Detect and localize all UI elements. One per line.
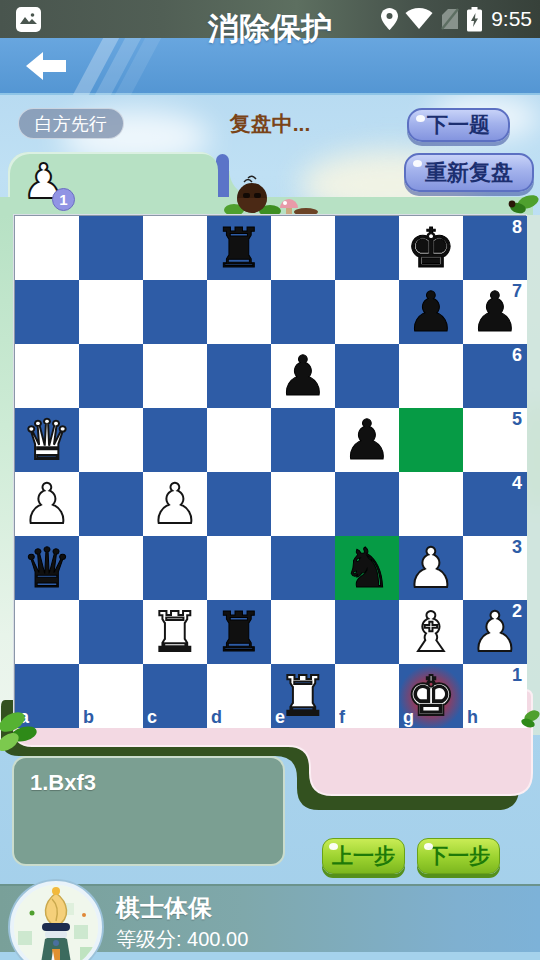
rank-label-1: 1 xyxy=(512,665,522,686)
square-e7[interactable] xyxy=(271,280,335,344)
black-king-g8: ♚ xyxy=(399,216,463,280)
black-knight-f3: ♞ xyxy=(335,536,399,600)
square-f7[interactable] xyxy=(335,280,399,344)
black-queen-a3: ♛ xyxy=(15,536,79,600)
square-c4[interactable]: ♟ xyxy=(143,472,207,536)
square-g8[interactable]: ♚ xyxy=(399,216,463,280)
square-e5[interactable] xyxy=(271,408,335,472)
square-b5[interactable] xyxy=(79,408,143,472)
chess-board: ♜♚8♟♟7♟6♛♟5♟♟4♛♞♟3♜♜♝♟2abcd♜ef♚gh1 xyxy=(14,215,526,727)
rank-label-8: 8 xyxy=(512,217,522,238)
square-b3[interactable] xyxy=(79,536,143,600)
square-f1[interactable]: f xyxy=(335,664,399,728)
rank-label-7: 7 xyxy=(512,281,522,302)
square-f4[interactable] xyxy=(335,472,399,536)
square-c7[interactable] xyxy=(143,280,207,344)
white-pawn-g3: ♟ xyxy=(399,536,463,600)
player-rating: 等级分: 400.00 xyxy=(116,926,248,953)
board-right-ledge xyxy=(526,215,540,735)
square-e2[interactable] xyxy=(271,600,335,664)
square-a5[interactable]: ♛ xyxy=(15,408,79,472)
square-d2[interactable]: ♜ xyxy=(207,600,271,664)
square-h1[interactable]: h1 xyxy=(463,664,527,728)
square-g1[interactable]: ♚g xyxy=(399,664,463,728)
square-g3[interactable]: ♟ xyxy=(399,536,463,600)
square-h4[interactable]: 4 xyxy=(463,472,527,536)
square-h8[interactable]: 8 xyxy=(463,216,527,280)
file-label-d: d xyxy=(211,707,222,728)
rank-label-2: 2 xyxy=(512,601,522,622)
rank-label-4: 4 xyxy=(512,473,522,494)
captured-count-badge: 1 xyxy=(52,188,75,211)
move-list-panel: 1.Bxf3 xyxy=(12,756,285,866)
square-c5[interactable] xyxy=(143,408,207,472)
square-h3[interactable]: 3 xyxy=(463,536,527,600)
square-d3[interactable] xyxy=(207,536,271,600)
square-b1[interactable]: b xyxy=(79,664,143,728)
square-d7[interactable] xyxy=(207,280,271,344)
square-c3[interactable] xyxy=(143,536,207,600)
black-pawn-f5: ♟ xyxy=(335,408,399,472)
white-pawn-a4: ♟ xyxy=(15,472,79,536)
white-queen-a5: ♛ xyxy=(15,408,79,472)
square-a8[interactable] xyxy=(15,216,79,280)
black-pawn-g7: ♟ xyxy=(399,280,463,344)
square-g4[interactable] xyxy=(399,472,463,536)
square-f2[interactable] xyxy=(335,600,399,664)
square-h6[interactable]: 6 xyxy=(463,344,527,408)
square-a6[interactable] xyxy=(15,344,79,408)
file-label-b: b xyxy=(83,707,94,728)
square-a2[interactable] xyxy=(15,600,79,664)
square-f5[interactable]: ♟ xyxy=(335,408,399,472)
square-c1[interactable]: c xyxy=(143,664,207,728)
black-rook-d8: ♜ xyxy=(207,216,271,280)
file-label-e: e xyxy=(275,707,285,728)
square-g7[interactable]: ♟ xyxy=(399,280,463,344)
square-b8[interactable] xyxy=(79,216,143,280)
square-e4[interactable] xyxy=(271,472,335,536)
square-e1[interactable]: ♜e xyxy=(271,664,335,728)
square-b2[interactable] xyxy=(79,600,143,664)
square-a7[interactable] xyxy=(15,280,79,344)
rank-label-5: 5 xyxy=(512,409,522,430)
move-text: 1.Bxf3 xyxy=(14,758,283,808)
next-problem-button[interactable]: 下一题 xyxy=(407,108,510,142)
square-a3[interactable]: ♛ xyxy=(15,536,79,600)
square-e3[interactable] xyxy=(271,536,335,600)
square-c2[interactable]: ♜ xyxy=(143,600,207,664)
previous-step-button[interactable]: 上一步 xyxy=(322,838,405,874)
square-e6[interactable]: ♟ xyxy=(271,344,335,408)
square-d8[interactable]: ♜ xyxy=(207,216,271,280)
file-label-f: f xyxy=(339,707,345,728)
square-f3[interactable]: ♞ xyxy=(335,536,399,600)
square-g6[interactable] xyxy=(399,344,463,408)
square-h2[interactable]: ♟2 xyxy=(463,600,527,664)
white-pawn-c4: ♟ xyxy=(143,472,207,536)
player-name: 棋士体保 xyxy=(116,892,212,924)
grass-decoration xyxy=(0,700,46,752)
square-d6[interactable] xyxy=(207,344,271,408)
square-f8[interactable] xyxy=(335,216,399,280)
square-e8[interactable] xyxy=(271,216,335,280)
square-b6[interactable] xyxy=(79,344,143,408)
square-c6[interactable] xyxy=(143,344,207,408)
square-d1[interactable]: d xyxy=(207,664,271,728)
square-d5[interactable] xyxy=(207,408,271,472)
file-label-g: g xyxy=(403,707,414,728)
white-rook-c2: ♜ xyxy=(143,600,207,664)
rank-label-6: 6 xyxy=(512,345,522,366)
back-arrow-icon[interactable] xyxy=(26,50,68,82)
square-d4[interactable] xyxy=(207,472,271,536)
file-label-h: h xyxy=(467,707,478,728)
square-b4[interactable] xyxy=(79,472,143,536)
app-screen: 9:55 消除保护 白方先行 复盘中... 下一题 重新复盘 ♟ 1 xyxy=(0,0,540,960)
black-pawn-e6: ♟ xyxy=(271,344,335,408)
rank-label-3: 3 xyxy=(512,537,522,558)
page-title: 消除保护 xyxy=(0,8,540,50)
square-g2[interactable]: ♝ xyxy=(399,600,463,664)
leaf-bug-decoration xyxy=(504,190,540,216)
square-h5[interactable]: 5 xyxy=(463,408,527,472)
square-a4[interactable]: ♟ xyxy=(15,472,79,536)
square-g5[interactable] xyxy=(399,408,463,472)
black-rook-d2: ♜ xyxy=(207,600,271,664)
white-bishop-g2: ♝ xyxy=(399,600,463,664)
board-left-ledge xyxy=(0,215,14,740)
square-f6[interactable] xyxy=(335,344,399,408)
next-step-button[interactable]: 下一步 xyxy=(417,838,500,874)
square-h7[interactable]: ♟7 xyxy=(463,280,527,344)
mole-decoration xyxy=(222,172,322,216)
square-b7[interactable] xyxy=(79,280,143,344)
restart-review-button[interactable]: 重新复盘 xyxy=(404,153,534,192)
file-label-c: c xyxy=(147,707,157,728)
grass-decoration xyxy=(520,706,540,730)
square-c8[interactable] xyxy=(143,216,207,280)
